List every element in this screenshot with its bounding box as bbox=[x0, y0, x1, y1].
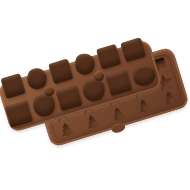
chocolate-piece-duck bbox=[30, 92, 57, 119]
chocolate-piece-flower bbox=[130, 62, 158, 89]
chocolate-piece-present bbox=[120, 37, 146, 62]
duck-head bbox=[93, 70, 105, 82]
duck-head bbox=[43, 85, 55, 97]
chocolate-piece-present bbox=[48, 58, 73, 84]
chocolate-piece-block bbox=[105, 70, 132, 97]
cavity-tree bbox=[109, 105, 126, 122]
chocolate-piece-present bbox=[96, 44, 121, 70]
chocolate-piece-block bbox=[5, 100, 33, 128]
chocolate-piece-present bbox=[0, 73, 25, 99]
product-photo bbox=[0, 0, 190, 190]
chocolate-piece-present bbox=[56, 85, 83, 112]
cavity-tree bbox=[58, 121, 75, 138]
cavity-tree bbox=[161, 89, 178, 106]
chocolate-piece-duck bbox=[80, 76, 107, 103]
cavity-tree bbox=[84, 113, 101, 130]
cavity-tree bbox=[135, 97, 152, 114]
